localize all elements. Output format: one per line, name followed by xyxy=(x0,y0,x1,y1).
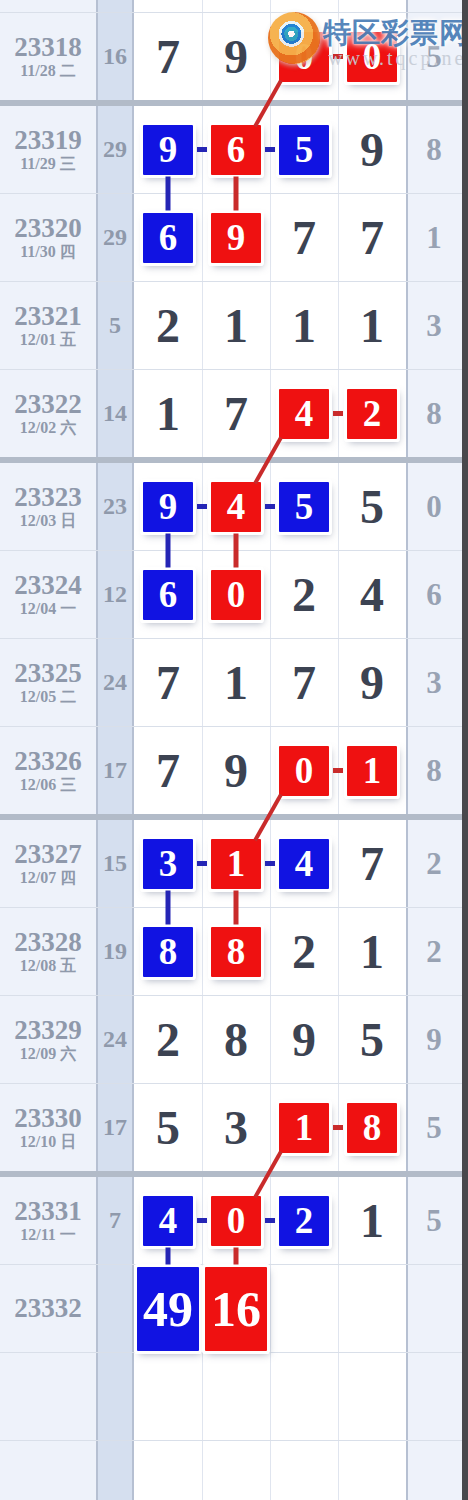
draw-digit: 1 xyxy=(224,655,248,710)
highlight-box-red: 1 xyxy=(279,1103,329,1153)
draw-date: 12/11 一 xyxy=(20,1227,76,1244)
digit-cell: 9 xyxy=(338,639,406,726)
draw-date: 11/28 二 xyxy=(20,63,76,80)
highlight-box-red: 0 xyxy=(279,746,329,796)
highlight-box-blue: 5 xyxy=(279,482,329,532)
digit-cell: 9 xyxy=(270,996,338,1083)
sum-value: 29 xyxy=(96,106,134,193)
digit-cell: 8 xyxy=(202,908,270,995)
draw-digit: 5 xyxy=(360,1012,384,1067)
lottery-trend-chart: 2331811/28 二16790052331911/29 三299659823… xyxy=(0,0,468,1500)
digit-cell: 1 xyxy=(134,370,202,457)
empty-row xyxy=(0,1353,462,1441)
sum-value: 23 xyxy=(96,463,134,550)
digit-cell: 9 xyxy=(202,194,270,281)
digit-cell: 9 xyxy=(202,727,270,814)
sum-value: 5 xyxy=(96,282,134,369)
digit-cell: 0 xyxy=(270,727,338,814)
draw-digit: 8 xyxy=(224,1012,248,1067)
draw-digit: 1 xyxy=(360,298,384,353)
digit-cell: 16 xyxy=(202,1265,270,1352)
highlight-box-blue: 2 xyxy=(279,1196,329,1246)
draw-row-23320: 2332011/30 四2969771 xyxy=(0,194,462,282)
highlight-box-blue: 9 xyxy=(143,482,193,532)
highlight-box-blue: 3 xyxy=(143,839,193,889)
highlight-box-red: 1 xyxy=(347,746,397,796)
issue-number: 23324 xyxy=(14,571,82,599)
draw-row-23330: 2333012/10 日1753185 xyxy=(0,1084,462,1177)
tail-value: 9 xyxy=(406,996,462,1083)
highlight-box-blue: 5 xyxy=(279,125,329,175)
tail-value: 5 xyxy=(406,1177,462,1264)
tail-value: 2 xyxy=(406,908,462,995)
draw-date: 12/09 六 xyxy=(20,1046,76,1063)
draw-digit: 1 xyxy=(292,298,316,353)
digit-cell: 9 xyxy=(338,106,406,193)
tail-value: 1 xyxy=(406,194,462,281)
draw-row-23329: 2332912/09 六2428959 xyxy=(0,996,462,1084)
draw-date: 12/06 三 xyxy=(20,777,76,794)
sum-value: 14 xyxy=(96,370,134,457)
highlight-box-blue: 8 xyxy=(143,927,193,977)
draw-date: 12/02 六 xyxy=(20,420,76,437)
issue-cell: 2332212/02 六 xyxy=(0,370,96,457)
digit-cell: 1 xyxy=(338,282,406,369)
draw-digit: 7 xyxy=(292,210,316,265)
sum-value: 7 xyxy=(96,1177,134,1264)
tail-value: 8 xyxy=(406,370,462,457)
draw-digit: 7 xyxy=(156,29,180,84)
tail-value: 8 xyxy=(406,727,462,814)
draw-date: 12/03 日 xyxy=(20,513,76,530)
digit-cell xyxy=(270,1265,338,1352)
draw-digit: 7 xyxy=(224,386,248,441)
issue-number: 23321 xyxy=(14,302,82,330)
issue-cell: 2333112/11 一 xyxy=(0,1177,96,1264)
sum-value: 29 xyxy=(96,194,134,281)
draw-digit: 9 xyxy=(224,743,248,798)
digit-cell: 5 xyxy=(270,106,338,193)
digit-cell: 5 xyxy=(134,1084,202,1171)
draw-digit: 1 xyxy=(360,924,384,979)
draw-digit: 2 xyxy=(156,298,180,353)
highlight-box-red: 4 xyxy=(211,482,261,532)
digit-cell: 8 xyxy=(134,908,202,995)
digit-cell: 1 xyxy=(202,639,270,726)
highlight-box-red: 1 xyxy=(211,839,261,889)
digit-cell: 5 xyxy=(338,463,406,550)
highlight-box-red: 8 xyxy=(347,1103,397,1153)
draw-row-23332: 233324916 xyxy=(0,1265,462,1353)
issue-number: 23330 xyxy=(14,1104,82,1132)
digit-cell: 1 xyxy=(338,908,406,995)
draw-date: 11/29 三 xyxy=(20,156,76,173)
draw-digit: 9 xyxy=(292,1012,316,1067)
draw-digit: 2 xyxy=(156,1012,180,1067)
highlight-box-red: 8 xyxy=(211,927,261,977)
highlight-box-blue: 4 xyxy=(143,1196,193,1246)
digit-cell: 1 xyxy=(202,820,270,907)
draw-date: 12/10 日 xyxy=(20,1134,76,1151)
digit-cell: 2 xyxy=(134,282,202,369)
tail-value: 8 xyxy=(406,106,462,193)
highlight-box-red: 0 xyxy=(211,1196,261,1246)
draw-row-23321: 2332112/01 五521113 xyxy=(0,282,462,370)
highlight-box-red: 4 xyxy=(279,389,329,439)
empty-row-partial xyxy=(0,1441,462,1500)
digit-cell xyxy=(338,1265,406,1352)
digit-cell: 0 xyxy=(202,551,270,638)
draw-digit: 7 xyxy=(156,743,180,798)
digit-cell: 7 xyxy=(134,13,202,100)
highlight-box-red: 0 xyxy=(211,570,261,620)
highlight-box-blue: 6 xyxy=(143,570,193,620)
issue-cell: 2332712/07 四 xyxy=(0,820,96,907)
issue-number: 23325 xyxy=(14,659,82,687)
draw-row-23326: 2332612/06 三1779018 xyxy=(0,727,462,820)
digit-cell: 7 xyxy=(270,639,338,726)
draw-date: 11/30 四 xyxy=(20,244,76,261)
draw-digit: 5 xyxy=(360,479,384,534)
draw-digit: 9 xyxy=(360,122,384,177)
tail-value xyxy=(406,1265,462,1352)
highlight-box-blue: 6 xyxy=(143,213,193,263)
draw-digit: 2 xyxy=(292,924,316,979)
swirl-logo-icon xyxy=(268,12,320,64)
sum-value: 24 xyxy=(96,996,134,1083)
draw-digit: 7 xyxy=(360,836,384,891)
highlight-box-red: 6 xyxy=(211,125,261,175)
issue-number: 23331 xyxy=(14,1197,82,1225)
draw-digit: 4 xyxy=(360,567,384,622)
digit-cell: 5 xyxy=(270,463,338,550)
issue-cell: 2332312/03 日 xyxy=(0,463,96,550)
highlight-box-red: 2 xyxy=(347,389,397,439)
digit-cell: 3 xyxy=(134,820,202,907)
draw-row-23319: 2331911/29 三2996598 xyxy=(0,106,462,194)
issue-number: 23323 xyxy=(14,483,82,511)
digit-cell: 4 xyxy=(338,551,406,638)
sum-value: 24 xyxy=(96,639,134,726)
issue-cell: 2331811/28 二 xyxy=(0,13,96,100)
sum-value: 12 xyxy=(96,551,134,638)
issue-cell: 2332011/30 四 xyxy=(0,194,96,281)
digit-cell: 4 xyxy=(270,370,338,457)
digit-cell: 2 xyxy=(270,551,338,638)
issue-cell: 2332812/08 五 xyxy=(0,908,96,995)
draw-rows-container: 2331811/28 二16790052331911/29 三299659823… xyxy=(0,0,462,1500)
issue-number: 23328 xyxy=(14,928,82,956)
highlight-box-red: 16 xyxy=(205,1267,267,1351)
draw-digit: 7 xyxy=(156,655,180,710)
digit-cell: 1 xyxy=(338,1177,406,1264)
digit-cell: 1 xyxy=(202,282,270,369)
digit-cell: 8 xyxy=(202,996,270,1083)
draw-digit: 2 xyxy=(292,567,316,622)
issue-number: 23318 xyxy=(14,33,82,61)
digit-cell: 9 xyxy=(134,106,202,193)
digit-cell: 1 xyxy=(270,1084,338,1171)
digit-cell: 3 xyxy=(202,1084,270,1171)
draw-digit: 7 xyxy=(292,655,316,710)
issue-number: 23327 xyxy=(14,840,82,868)
digit-cell: 7 xyxy=(202,370,270,457)
draw-digit: 3 xyxy=(224,1100,248,1155)
sum-value: 15 xyxy=(96,820,134,907)
draw-row-23328: 2332812/08 五1988212 xyxy=(0,908,462,996)
digit-cell: 4 xyxy=(202,463,270,550)
issue-cell: 2332512/05 二 xyxy=(0,639,96,726)
issue-cell: 23332 xyxy=(0,1265,96,1352)
issue-cell: 2332912/09 六 xyxy=(0,996,96,1083)
digit-cell: 7 xyxy=(134,727,202,814)
digit-cell: 7 xyxy=(270,194,338,281)
draw-digit: 1 xyxy=(224,298,248,353)
issue-cell: 2332112/01 五 xyxy=(0,282,96,369)
tail-value: 3 xyxy=(406,639,462,726)
highlight-box-red: 9 xyxy=(211,213,261,263)
digit-cell: 2 xyxy=(338,370,406,457)
digit-cell: 1 xyxy=(338,727,406,814)
draw-date: 12/05 二 xyxy=(20,689,76,706)
issue-number: 23332 xyxy=(14,1294,82,1322)
site-logo[interactable]: 特区彩票网 www.tqcp.net xyxy=(266,8,466,68)
issue-cell: 2331911/29 三 xyxy=(0,106,96,193)
draw-row-23327: 2332712/07 四1531472 xyxy=(0,820,462,908)
digit-cell: 6 xyxy=(134,551,202,638)
draw-date: 12/01 五 xyxy=(20,332,76,349)
tail-value: 0 xyxy=(406,463,462,550)
draw-row-23324: 2332412/04 一1260246 xyxy=(0,551,462,639)
draw-date: 12/04 一 xyxy=(20,601,76,618)
digit-cell: 49 xyxy=(134,1265,202,1352)
digit-cell: 9 xyxy=(202,13,270,100)
issue-cell: 2332612/06 三 xyxy=(0,727,96,814)
draw-date: 12/08 五 xyxy=(20,958,76,975)
digit-cell: 0 xyxy=(202,1177,270,1264)
draw-digit: 9 xyxy=(224,29,248,84)
draw-date: 12/07 四 xyxy=(20,870,76,887)
digit-cell: 2 xyxy=(270,1177,338,1264)
digit-cell: 5 xyxy=(338,996,406,1083)
draw-digit: 7 xyxy=(360,210,384,265)
draw-digit: 1 xyxy=(156,386,180,441)
sum-value: 17 xyxy=(96,1084,134,1171)
draw-row-23325: 2332512/05 二2471793 xyxy=(0,639,462,727)
digit-cell: 4 xyxy=(270,820,338,907)
issue-cell: 2333012/10 日 xyxy=(0,1084,96,1171)
highlight-box-blue: 49 xyxy=(137,1267,199,1351)
highlight-box-blue: 9 xyxy=(143,125,193,175)
tail-value: 2 xyxy=(406,820,462,907)
issue-number: 23329 xyxy=(14,1016,82,1044)
digit-cell: 6 xyxy=(134,194,202,281)
draw-digit: 9 xyxy=(360,655,384,710)
digit-cell: 7 xyxy=(338,194,406,281)
sum-value: 16 xyxy=(96,13,134,100)
sum-value: 19 xyxy=(96,908,134,995)
issue-number: 23320 xyxy=(14,214,82,242)
digit-cell: 6 xyxy=(202,106,270,193)
digit-cell: 8 xyxy=(338,1084,406,1171)
tail-value: 3 xyxy=(406,282,462,369)
digit-cell: 7 xyxy=(338,820,406,907)
sum-value: 17 xyxy=(96,727,134,814)
digit-cell: 2 xyxy=(134,996,202,1083)
digit-cell: 1 xyxy=(270,282,338,369)
digit-cell: 9 xyxy=(134,463,202,550)
sum-value xyxy=(96,1265,134,1352)
scrollbar-track[interactable] xyxy=(462,0,468,1500)
tail-value: 6 xyxy=(406,551,462,638)
issue-cell: 2332412/04 一 xyxy=(0,551,96,638)
draw-digit: 1 xyxy=(360,1193,384,1248)
digit-cell: 4 xyxy=(134,1177,202,1264)
site-watermark: www.tqcp.net xyxy=(328,47,468,70)
draw-digit: 5 xyxy=(156,1100,180,1155)
draw-row-23322: 2332212/02 六1417428 xyxy=(0,370,462,463)
draw-row-23323: 2332312/03 日2394550 xyxy=(0,463,462,551)
issue-number: 23319 xyxy=(14,126,82,154)
draw-row-23331: 2333112/11 一740215 xyxy=(0,1177,462,1265)
digit-cell: 7 xyxy=(134,639,202,726)
digit-cell: 2 xyxy=(270,908,338,995)
issue-number: 23326 xyxy=(14,747,82,775)
highlight-box-blue: 4 xyxy=(279,839,329,889)
issue-number: 23322 xyxy=(14,390,82,418)
tail-value: 5 xyxy=(406,1084,462,1171)
